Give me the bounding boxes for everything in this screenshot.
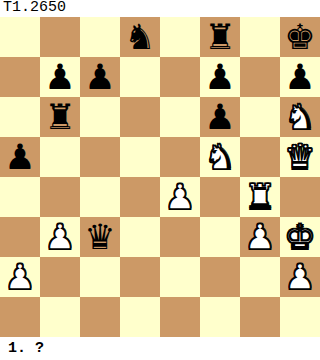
square-b5[interactable]: [40, 137, 80, 177]
square-g2[interactable]: [240, 257, 280, 297]
square-b8[interactable]: [40, 17, 80, 57]
square-h3[interactable]: ♚: [280, 217, 320, 257]
square-h7[interactable]: ♟: [280, 57, 320, 97]
white-pawn[interactable]: ♟: [4, 257, 35, 297]
square-b7[interactable]: ♟: [40, 57, 80, 97]
square-b4[interactable]: [40, 177, 80, 217]
black-rook[interactable]: ♜: [204, 17, 235, 57]
black-rook[interactable]: ♜: [44, 97, 75, 137]
square-h4[interactable]: [280, 177, 320, 217]
square-a8[interactable]: [0, 17, 40, 57]
square-f3[interactable]: [200, 217, 240, 257]
square-b2[interactable]: [40, 257, 80, 297]
square-f7[interactable]: ♟: [200, 57, 240, 97]
square-h2[interactable]: ♟: [280, 257, 320, 297]
square-f1[interactable]: [200, 297, 240, 337]
white-king[interactable]: ♚: [284, 217, 315, 257]
square-h8[interactable]: ♚: [280, 17, 320, 57]
square-b3[interactable]: ♟: [40, 217, 80, 257]
square-e2[interactable]: [160, 257, 200, 297]
square-e3[interactable]: [160, 217, 200, 257]
white-queen[interactable]: ♛: [284, 137, 315, 177]
square-h6[interactable]: ♞: [280, 97, 320, 137]
white-pawn[interactable]: ♟: [164, 177, 195, 217]
white-pawn[interactable]: ♟: [284, 257, 315, 297]
white-rook[interactable]: ♜: [244, 177, 275, 217]
square-f4[interactable]: [200, 177, 240, 217]
square-c6[interactable]: [80, 97, 120, 137]
square-h5[interactable]: ♛: [280, 137, 320, 177]
square-d3[interactable]: [120, 217, 160, 257]
black-pawn[interactable]: ♟: [4, 137, 35, 177]
black-pawn[interactable]: ♟: [204, 97, 235, 137]
square-g1[interactable]: [240, 297, 280, 337]
square-d1[interactable]: [120, 297, 160, 337]
square-g4[interactable]: ♜: [240, 177, 280, 217]
chess-puzzle-app: T1.2650 ♞♜♚♟♟♟♟♜♟♞♟♞♛♟♜♟♛♟♚♟♟ 1. ?: [0, 0, 320, 360]
square-a5[interactable]: ♟: [0, 137, 40, 177]
square-e6[interactable]: [160, 97, 200, 137]
square-e8[interactable]: [160, 17, 200, 57]
square-c8[interactable]: [80, 17, 120, 57]
puzzle-title: T1.2650: [0, 0, 320, 17]
square-g3[interactable]: ♟: [240, 217, 280, 257]
square-f2[interactable]: [200, 257, 240, 297]
square-d6[interactable]: [120, 97, 160, 137]
square-g5[interactable]: [240, 137, 280, 177]
square-g6[interactable]: [240, 97, 280, 137]
white-pawn[interactable]: ♟: [44, 217, 75, 257]
square-d7[interactable]: [120, 57, 160, 97]
square-b6[interactable]: ♜: [40, 97, 80, 137]
black-pawn[interactable]: ♟: [44, 57, 75, 97]
square-f8[interactable]: ♜: [200, 17, 240, 57]
black-king[interactable]: ♚: [284, 17, 315, 57]
square-e1[interactable]: [160, 297, 200, 337]
square-c7[interactable]: ♟: [80, 57, 120, 97]
square-a4[interactable]: [0, 177, 40, 217]
square-e5[interactable]: [160, 137, 200, 177]
square-d5[interactable]: [120, 137, 160, 177]
square-a6[interactable]: [0, 97, 40, 137]
square-h1[interactable]: [280, 297, 320, 337]
white-knight[interactable]: ♞: [204, 137, 235, 177]
square-c3[interactable]: ♛: [80, 217, 120, 257]
square-a7[interactable]: [0, 57, 40, 97]
square-c2[interactable]: [80, 257, 120, 297]
square-a3[interactable]: [0, 217, 40, 257]
chess-board: ♞♜♚♟♟♟♟♜♟♞♟♞♛♟♜♟♛♟♚♟♟: [0, 17, 320, 337]
black-pawn[interactable]: ♟: [284, 57, 315, 97]
black-pawn[interactable]: ♟: [204, 57, 235, 97]
square-g7[interactable]: [240, 57, 280, 97]
square-c4[interactable]: [80, 177, 120, 217]
square-f6[interactable]: ♟: [200, 97, 240, 137]
move-prompt: 1. ?: [0, 337, 320, 360]
square-c1[interactable]: [80, 297, 120, 337]
square-d4[interactable]: [120, 177, 160, 217]
square-b1[interactable]: [40, 297, 80, 337]
square-f5[interactable]: ♞: [200, 137, 240, 177]
black-knight[interactable]: ♞: [124, 17, 155, 57]
white-knight[interactable]: ♞: [284, 97, 315, 137]
black-pawn[interactable]: ♟: [84, 57, 115, 97]
square-e7[interactable]: [160, 57, 200, 97]
square-e4[interactable]: ♟: [160, 177, 200, 217]
square-g8[interactable]: [240, 17, 280, 57]
square-d8[interactable]: ♞: [120, 17, 160, 57]
square-c5[interactable]: [80, 137, 120, 177]
white-pawn[interactable]: ♟: [244, 217, 275, 257]
square-a2[interactable]: ♟: [0, 257, 40, 297]
square-a1[interactable]: [0, 297, 40, 337]
square-d2[interactable]: [120, 257, 160, 297]
black-queen[interactable]: ♛: [84, 217, 115, 257]
